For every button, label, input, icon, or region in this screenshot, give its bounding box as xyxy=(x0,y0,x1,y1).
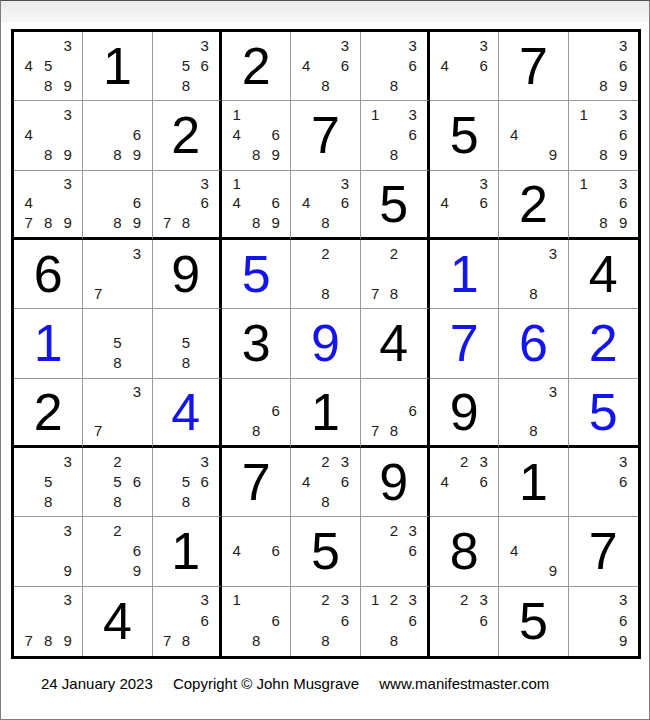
cell-r5c7[interactable]: 7 xyxy=(430,309,499,378)
candidate-digit: 6 xyxy=(403,540,422,560)
candidate-digit: 3 xyxy=(195,174,214,193)
candidate-digit: 5 xyxy=(38,55,57,75)
cell-r7c2[interactable]: 2568 xyxy=(83,448,152,517)
candidate-digit: 6 xyxy=(335,55,354,75)
candidate-digit: 5 xyxy=(176,471,195,491)
cell-r6c8[interactable]: 38 xyxy=(499,379,568,448)
candidate-digit: 7 xyxy=(158,213,177,232)
cell-r9c7[interactable]: 236 xyxy=(430,587,499,656)
cell-r2c4[interactable]: 14689 xyxy=(222,101,291,170)
cell-r1c1[interactable]: 34589 xyxy=(14,32,83,101)
candidate-digit: 8 xyxy=(246,631,265,651)
cell-r2c5[interactable]: 7 xyxy=(291,101,360,170)
candidate-digit: 5 xyxy=(108,471,127,491)
cell-r5c5[interactable]: 9 xyxy=(291,309,360,378)
candidate-digit: 4 xyxy=(296,193,315,212)
cell-r1c4[interactable]: 2 xyxy=(222,32,291,101)
cell-r4c6[interactable]: 278 xyxy=(361,240,430,309)
candidate-digit: 4 xyxy=(227,124,246,144)
candidates: 278 xyxy=(361,240,427,308)
candidate-digit: 6 xyxy=(403,55,422,75)
candidate-digit: 4 xyxy=(19,55,38,75)
candidate-digit: 8 xyxy=(384,421,403,440)
candidate-digit: 4 xyxy=(296,55,315,75)
cell-value: 7 xyxy=(291,101,359,169)
candidate-digit: 3 xyxy=(543,382,562,401)
cell-r1c8[interactable]: 7 xyxy=(499,32,568,101)
candidates: 23468 xyxy=(291,448,359,516)
candidate-digit: 8 xyxy=(176,491,195,511)
candidate-digit: 6 xyxy=(127,124,146,144)
cell-r4c8[interactable]: 38 xyxy=(499,240,568,309)
candidate-digit: 4 xyxy=(227,540,246,560)
cell-value: 5 xyxy=(569,379,638,445)
candidates: 68 xyxy=(222,379,290,445)
candidates: 58 xyxy=(83,309,151,377)
candidate-digit: 9 xyxy=(266,145,285,165)
candidates: 34789 xyxy=(14,171,82,237)
cell-value: 1 xyxy=(14,309,82,377)
cell-value: 4 xyxy=(569,240,638,308)
candidate-digit: 3 xyxy=(474,590,493,610)
candidates: 36 xyxy=(569,448,638,516)
candidate-digit: 6 xyxy=(335,610,354,630)
candidate-digit: 7 xyxy=(158,631,177,651)
cell-r3c7[interactable]: 346 xyxy=(430,171,499,240)
cell-r8c7[interactable]: 8 xyxy=(430,517,499,586)
cell-r8c4[interactable]: 46 xyxy=(222,517,291,586)
cell-value: 7 xyxy=(499,32,567,100)
footer-date: 24 January 2023 xyxy=(41,675,153,692)
candidate-digit: 2 xyxy=(316,243,335,263)
candidate-digit: 4 xyxy=(227,193,246,212)
candidate-digit: 8 xyxy=(108,145,127,165)
cell-r1c3[interactable]: 3568 xyxy=(153,32,222,101)
cell-r3c9[interactable]: 13689 xyxy=(569,171,638,240)
candidate-digit: 6 xyxy=(266,193,285,212)
candidates: 38 xyxy=(499,379,567,445)
cell-r1c6[interactable]: 368 xyxy=(361,32,430,101)
cell-value: 1 xyxy=(291,379,359,445)
candidate-digit: 6 xyxy=(195,471,214,491)
cell-r1c7[interactable]: 346 xyxy=(430,32,499,101)
cell-value: 1 xyxy=(83,32,151,100)
candidates: 12368 xyxy=(361,587,427,656)
cell-r5c8[interactable]: 6 xyxy=(499,309,568,378)
candidate-digit: 6 xyxy=(613,124,633,144)
cell-value: 5 xyxy=(499,587,567,656)
cell-r6c5[interactable]: 1 xyxy=(291,379,360,448)
cell-r4c3[interactable]: 9 xyxy=(153,240,222,309)
cell-value: 3 xyxy=(222,309,290,377)
candidate-digit: 8 xyxy=(593,145,613,165)
candidate-digit: 9 xyxy=(127,213,146,232)
cell-r5c6[interactable]: 4 xyxy=(361,309,430,378)
candidate-digit: 6 xyxy=(474,55,493,75)
cell-r6c9[interactable]: 5 xyxy=(569,379,638,448)
cell-r7c3[interactable]: 3568 xyxy=(153,448,222,517)
cell-value: 9 xyxy=(361,448,427,516)
cell-r4c7[interactable]: 1 xyxy=(430,240,499,309)
candidate-digit: 6 xyxy=(335,193,354,212)
candidates: 168 xyxy=(222,587,290,656)
cell-r3c8[interactable]: 2 xyxy=(499,171,568,240)
cell-value: 2 xyxy=(14,379,82,445)
candidate-digit: 3 xyxy=(195,35,214,55)
candidates: 46 xyxy=(222,517,290,585)
candidate-digit: 9 xyxy=(543,561,562,581)
candidate-digit: 8 xyxy=(176,213,195,232)
candidate-digit: 8 xyxy=(593,75,613,95)
candidates: 369 xyxy=(569,587,638,656)
sudoku-board: 3458913568234683683467368934896892146897… xyxy=(11,29,641,659)
candidate-digit: 3 xyxy=(58,35,77,55)
cell-value: 9 xyxy=(430,379,498,445)
candidates: 3468 xyxy=(291,171,359,237)
candidates: 28 xyxy=(291,240,359,308)
candidate-digit: 5 xyxy=(108,332,127,352)
candidates: 49 xyxy=(499,517,567,585)
cell-value: 6 xyxy=(499,309,567,377)
cell-r9c3[interactable]: 3678 xyxy=(153,587,222,656)
candidate-digit: 8 xyxy=(316,75,335,95)
footer-copyright: Copyright © John Musgrave xyxy=(173,675,359,692)
cell-r8c6[interactable]: 236 xyxy=(361,517,430,586)
candidate-digit: 8 xyxy=(384,145,403,165)
candidate-digit: 8 xyxy=(38,631,57,651)
cell-value: 9 xyxy=(153,240,219,308)
cell-r8c5[interactable]: 5 xyxy=(291,517,360,586)
candidate-digit: 1 xyxy=(366,590,385,610)
cell-r9c2[interactable]: 4 xyxy=(83,587,152,656)
cell-value: 4 xyxy=(83,587,151,656)
candidate-digit: 8 xyxy=(524,283,543,303)
candidate-digit: 6 xyxy=(613,55,633,75)
candidates: 2568 xyxy=(83,448,151,516)
candidate-digit: 2 xyxy=(454,451,473,471)
candidate-digit: 2 xyxy=(384,520,403,540)
candidate-digit: 3 xyxy=(474,35,493,55)
candidate-digit: 6 xyxy=(266,124,285,144)
candidates: 14689 xyxy=(222,101,290,169)
candidate-digit: 2 xyxy=(108,451,127,471)
candidate-digit: 3 xyxy=(474,174,493,193)
cell-value: 5 xyxy=(361,171,427,237)
cell-r7c7[interactable]: 2346 xyxy=(430,448,499,517)
cell-r2c9[interactable]: 13689 xyxy=(569,101,638,170)
cell-r2c2[interactable]: 689 xyxy=(83,101,152,170)
cell-r3c4[interactable]: 14689 xyxy=(222,171,291,240)
candidate-digit: 4 xyxy=(504,124,523,144)
candidate-digit: 3 xyxy=(613,174,633,193)
cell-r2c1[interactable]: 3489 xyxy=(14,101,83,170)
candidate-digit: 8 xyxy=(246,213,265,232)
candidate-digit: 6 xyxy=(474,193,493,212)
candidate-digit: 8 xyxy=(38,491,57,511)
candidates: 1368 xyxy=(361,101,427,169)
cell-r5c1[interactable]: 1 xyxy=(14,309,83,378)
footer-website: www.manifestmaster.com xyxy=(379,675,549,692)
candidate-digit: 2 xyxy=(316,590,335,610)
candidate-digit: 3 xyxy=(543,243,562,263)
cell-value: 2 xyxy=(222,32,290,100)
candidates: 3678 xyxy=(153,171,219,237)
cell-r9c6[interactable]: 12368 xyxy=(361,587,430,656)
cell-r4c5[interactable]: 28 xyxy=(291,240,360,309)
cell-r7c5[interactable]: 23468 xyxy=(291,448,360,517)
candidate-digit: 8 xyxy=(316,631,335,651)
candidate-digit: 4 xyxy=(435,55,454,75)
cell-r1c2[interactable]: 1 xyxy=(83,32,152,101)
candidate-digit: 4 xyxy=(19,124,38,144)
candidate-digit: 1 xyxy=(227,104,246,124)
cell-r3c6[interactable]: 5 xyxy=(361,171,430,240)
candidates: 58 xyxy=(153,309,219,377)
candidate-digit: 8 xyxy=(384,631,403,651)
candidate-digit: 3 xyxy=(58,104,77,124)
cell-r2c7[interactable]: 5 xyxy=(430,101,499,170)
candidate-digit: 8 xyxy=(38,75,57,95)
cell-r5c9[interactable]: 2 xyxy=(569,309,638,378)
cell-r5c3[interactable]: 58 xyxy=(153,309,222,378)
candidate-digit: 3 xyxy=(613,104,633,124)
candidate-digit: 3 xyxy=(613,35,633,55)
candidate-digit: 1 xyxy=(227,174,246,193)
candidate-digit: 6 xyxy=(613,471,633,491)
cell-r8c8[interactable]: 49 xyxy=(499,517,568,586)
cell-r5c4[interactable]: 3 xyxy=(222,309,291,378)
candidates: 236 xyxy=(430,587,498,656)
candidate-digit: 1 xyxy=(227,590,246,610)
candidates: 689 xyxy=(83,101,151,169)
cell-r9c1[interactable]: 3789 xyxy=(14,587,83,656)
candidates: 346 xyxy=(430,171,498,237)
cell-r4c1[interactable]: 6 xyxy=(14,240,83,309)
candidates: 2346 xyxy=(430,448,498,516)
candidates: 3789 xyxy=(14,587,82,656)
candidate-digit: 3 xyxy=(474,451,493,471)
candidate-digit: 6 xyxy=(613,610,633,630)
candidate-digit: 5 xyxy=(176,55,195,75)
candidate-digit: 7 xyxy=(88,421,107,440)
candidate-digit: 8 xyxy=(176,353,195,373)
candidate-digit: 6 xyxy=(403,124,422,144)
candidate-digit: 8 xyxy=(316,491,335,511)
cell-r9c9[interactable]: 369 xyxy=(569,587,638,656)
candidate-digit: 6 xyxy=(266,610,285,630)
candidates: 678 xyxy=(361,379,427,445)
candidate-digit: 8 xyxy=(384,283,403,303)
candidate-digit: 3 xyxy=(335,174,354,193)
candidate-digit: 9 xyxy=(127,561,146,581)
candidates: 49 xyxy=(499,101,567,169)
candidates: 3678 xyxy=(153,587,219,656)
cell-r6c3[interactable]: 4 xyxy=(153,379,222,448)
cell-r6c6[interactable]: 678 xyxy=(361,379,430,448)
sudoku-window: 3458913568234683683467368934896892146897… xyxy=(0,0,650,720)
candidate-digit: 6 xyxy=(403,401,422,420)
cell-r6c2[interactable]: 37 xyxy=(83,379,152,448)
candidate-digit: 6 xyxy=(266,540,285,560)
candidates: 37 xyxy=(83,240,151,308)
candidate-digit: 3 xyxy=(58,590,77,610)
cell-r3c5[interactable]: 3468 xyxy=(291,171,360,240)
candidate-digit: 2 xyxy=(454,590,473,610)
candidates: 39 xyxy=(14,517,82,585)
candidates: 236 xyxy=(361,517,427,585)
candidate-digit: 8 xyxy=(108,213,127,232)
candidate-digit: 4 xyxy=(296,471,315,491)
cell-r9c5[interactable]: 2368 xyxy=(291,587,360,656)
candidate-digit: 9 xyxy=(543,145,562,165)
candidate-digit: 3 xyxy=(403,35,422,55)
candidate-digit: 7 xyxy=(19,213,38,232)
candidate-digit: 4 xyxy=(19,193,38,212)
candidate-digit: 3 xyxy=(613,451,633,471)
cell-value: 7 xyxy=(430,309,498,377)
candidate-digit: 2 xyxy=(108,520,127,540)
cell-r3c1[interactable]: 34789 xyxy=(14,171,83,240)
candidate-digit: 6 xyxy=(403,610,422,630)
candidate-digit: 7 xyxy=(19,631,38,651)
cell-r3c3[interactable]: 3678 xyxy=(153,171,222,240)
candidate-digit: 9 xyxy=(613,631,633,651)
cell-value: 4 xyxy=(361,309,427,377)
candidate-digit: 8 xyxy=(246,421,265,440)
cell-r4c9[interactable]: 4 xyxy=(569,240,638,309)
candidate-digit: 5 xyxy=(176,332,195,352)
candidate-digit: 1 xyxy=(574,174,594,193)
cell-value: 2 xyxy=(499,171,567,237)
cell-r4c4[interactable]: 5 xyxy=(222,240,291,309)
cell-r9c4[interactable]: 168 xyxy=(222,587,291,656)
candidate-digit: 6 xyxy=(266,401,285,420)
candidate-digit: 8 xyxy=(108,353,127,373)
candidate-digit: 3 xyxy=(58,451,77,471)
cell-r6c4[interactable]: 68 xyxy=(222,379,291,448)
candidate-digit: 3 xyxy=(403,104,422,124)
candidate-digit: 5 xyxy=(38,471,57,491)
candidate-digit: 9 xyxy=(266,213,285,232)
candidate-digit: 6 xyxy=(474,471,493,491)
cell-r7c6[interactable]: 9 xyxy=(361,448,430,517)
cell-value: 1 xyxy=(153,517,219,585)
candidate-digit: 8 xyxy=(524,421,543,440)
cell-r2c6[interactable]: 1368 xyxy=(361,101,430,170)
candidates: 3689 xyxy=(569,32,638,100)
cell-r8c1[interactable]: 39 xyxy=(14,517,83,586)
candidate-digit: 4 xyxy=(435,471,454,491)
candidate-digit: 3 xyxy=(335,590,354,610)
candidate-digit: 3 xyxy=(195,590,214,610)
cell-r4c2[interactable]: 37 xyxy=(83,240,152,309)
candidate-digit: 8 xyxy=(246,145,265,165)
cell-r2c8[interactable]: 49 xyxy=(499,101,568,170)
candidate-digit: 8 xyxy=(38,213,57,232)
candidate-digit: 8 xyxy=(384,75,403,95)
candidates: 358 xyxy=(14,448,82,516)
candidate-digit: 8 xyxy=(316,213,335,232)
candidate-digit: 9 xyxy=(613,145,633,165)
cell-r6c7[interactable]: 9 xyxy=(430,379,499,448)
candidate-digit: 9 xyxy=(58,631,77,651)
candidate-digit: 3 xyxy=(58,520,77,540)
cell-r5c2[interactable]: 58 xyxy=(83,309,152,378)
cell-r2c3[interactable]: 2 xyxy=(153,101,222,170)
candidates: 13689 xyxy=(569,171,638,237)
cell-r3c2[interactable]: 689 xyxy=(83,171,152,240)
candidate-digit: 8 xyxy=(108,491,127,511)
candidate-digit: 2 xyxy=(316,451,335,471)
candidates: 3568 xyxy=(153,32,219,100)
candidate-digit: 9 xyxy=(613,75,633,95)
candidate-digit: 6 xyxy=(335,471,354,491)
cell-value: 2 xyxy=(153,101,219,169)
candidate-digit: 7 xyxy=(88,283,107,303)
candidate-digit: 9 xyxy=(58,75,77,95)
cell-r1c9[interactable]: 3689 xyxy=(569,32,638,101)
candidates: 368 xyxy=(361,32,427,100)
candidate-digit: 3 xyxy=(195,451,214,471)
candidates: 2368 xyxy=(291,587,359,656)
candidate-digit: 6 xyxy=(127,471,146,491)
cell-value: 8 xyxy=(430,517,498,585)
cell-r6c1[interactable]: 2 xyxy=(14,379,83,448)
candidates: 38 xyxy=(499,240,567,308)
candidate-digit: 9 xyxy=(127,145,146,165)
candidates: 3568 xyxy=(153,448,219,516)
candidate-digit: 1 xyxy=(574,104,594,124)
candidate-digit: 6 xyxy=(127,193,146,212)
cell-r7c4[interactable]: 7 xyxy=(222,448,291,517)
cell-r8c2[interactable]: 269 xyxy=(83,517,152,586)
candidate-digit: 3 xyxy=(127,243,146,263)
candidates: 346 xyxy=(430,32,498,100)
candidate-digit: 8 xyxy=(38,145,57,165)
cell-value: 5 xyxy=(291,517,359,585)
candidate-digit: 6 xyxy=(613,193,633,212)
cell-value: 6 xyxy=(14,240,82,308)
candidates: 34589 xyxy=(14,32,82,100)
cell-r7c1[interactable]: 358 xyxy=(14,448,83,517)
title-bar xyxy=(1,1,649,22)
cell-r7c8[interactable]: 1 xyxy=(499,448,568,517)
candidate-digit: 9 xyxy=(58,145,77,165)
candidate-digit: 3 xyxy=(403,520,422,540)
candidate-digit: 9 xyxy=(58,213,77,232)
candidate-digit: 7 xyxy=(366,283,385,303)
cell-r9c8[interactable]: 5 xyxy=(499,587,568,656)
cell-r8c9[interactable]: 7 xyxy=(569,517,638,586)
candidates: 3489 xyxy=(14,101,82,169)
candidate-digit: 3 xyxy=(403,590,422,610)
candidates: 13689 xyxy=(569,101,638,169)
cell-r7c9[interactable]: 36 xyxy=(569,448,638,517)
cell-r1c5[interactable]: 3468 xyxy=(291,32,360,101)
candidate-digit: 3 xyxy=(58,174,77,193)
cell-value: 2 xyxy=(569,309,638,377)
candidate-digit: 8 xyxy=(176,75,195,95)
candidate-digit: 8 xyxy=(176,631,195,651)
candidate-digit: 3 xyxy=(335,35,354,55)
candidate-digit: 3 xyxy=(613,590,633,610)
candidate-digit: 3 xyxy=(335,451,354,471)
candidates: 14689 xyxy=(222,171,290,237)
candidate-digit: 6 xyxy=(474,610,493,630)
cell-r8c3[interactable]: 1 xyxy=(153,517,222,586)
cell-value: 7 xyxy=(569,517,638,585)
candidate-digit: 8 xyxy=(593,213,613,232)
